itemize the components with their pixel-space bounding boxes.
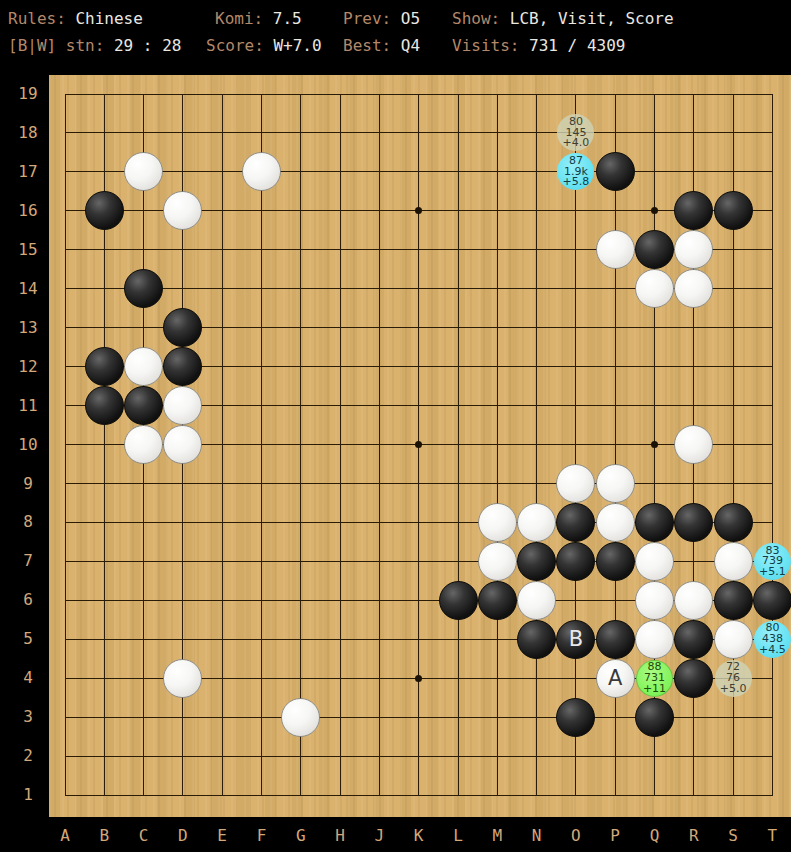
black-stone: B (556, 620, 595, 659)
stone-count-value: 29 : 28 (114, 36, 181, 55)
stone-count-label: [B|W] stn: (8, 36, 104, 55)
grid-line-vertical (340, 94, 341, 796)
white-stone (714, 620, 753, 659)
black-stone (556, 698, 595, 737)
grid-line-vertical (536, 94, 537, 796)
candidate-stat: +4.0 (563, 138, 590, 149)
coordinate-letter-C: C (131, 826, 157, 846)
star-point (415, 441, 422, 448)
grid-line-horizontal (65, 483, 773, 484)
white-stone (281, 698, 320, 737)
coordinate-number-9: 9 (8, 474, 48, 494)
coordinate-number-3: 3 (8, 707, 48, 727)
coordinate-letter-K: K (406, 826, 432, 846)
coordinate-number-16: 16 (8, 201, 48, 221)
white-stone (163, 386, 202, 425)
visits-label: Visits: (452, 36, 519, 55)
candidate-stat: +5.8 (563, 177, 590, 188)
rules-value: Chinese (75, 9, 142, 28)
white-stone (163, 425, 202, 464)
show-value: LCB, Visit, Score (510, 9, 674, 28)
coordinate-number-8: 8 (8, 512, 48, 532)
coordinate-number-15: 15 (8, 240, 48, 260)
white-stone (674, 230, 713, 269)
coordinate-number-4: 4 (8, 668, 48, 688)
stone-count-field: [B|W] stn: 29 : 28 (8, 37, 181, 55)
analysis-candidate-T5[interactable]: 80438+4.5 (754, 621, 791, 658)
coordinate-number-12: 12 (8, 357, 48, 377)
black-stone (124, 269, 163, 308)
coordinate-letter-B: B (91, 826, 117, 846)
rules-label: Rules: (8, 9, 66, 28)
coordinate-number-10: 10 (8, 435, 48, 455)
coordinate-number-14: 14 (8, 279, 48, 299)
star-point (651, 441, 658, 448)
coordinate-letter-P: P (602, 826, 628, 846)
coordinate-letter-R: R (681, 826, 707, 846)
white-stone (596, 230, 635, 269)
black-stone (163, 347, 202, 386)
go-analysis-window: Rules: Chinese Komi: 7.5 Prev: O5 Show: … (0, 0, 791, 852)
star-point (415, 207, 422, 214)
coordinate-letter-G: G (288, 826, 314, 846)
coordinate-letter-S: S (720, 826, 746, 846)
white-stone (556, 464, 595, 503)
black-stone (85, 191, 124, 230)
rules-field: Rules: Chinese (8, 10, 143, 28)
star-point (651, 207, 658, 214)
prev-move-field: Prev: O5 (343, 10, 420, 28)
grid-line-horizontal (65, 94, 773, 95)
best-move-value: Q4 (401, 36, 420, 55)
analysis-candidate-O17[interactable]: 871.9k+5.8 (557, 153, 594, 190)
grid-line-vertical (222, 94, 223, 796)
white-stone: A (596, 659, 635, 698)
coordinate-letter-L: L (445, 826, 471, 846)
prev-move-label: Prev: (343, 9, 391, 28)
white-stone (124, 347, 163, 386)
grid-line-horizontal (65, 795, 773, 796)
candidate-stat: +11 (643, 684, 666, 695)
move-label-A: A (608, 666, 622, 690)
white-stone (635, 269, 674, 308)
coordinate-letter-J: J (366, 826, 392, 846)
white-stone (163, 659, 202, 698)
score-label: Score: (206, 36, 264, 55)
grid-line-vertical (458, 94, 459, 796)
show-field: Show: LCB, Visit, Score (452, 10, 674, 28)
analysis-candidate-O18[interactable]: 80145+4.0 (557, 114, 594, 151)
coordinate-letter-A: A (52, 826, 78, 846)
komi-value: 7.5 (273, 9, 302, 28)
white-stone (596, 503, 635, 542)
black-stone (753, 581, 791, 620)
black-stone (124, 386, 163, 425)
coordinate-number-11: 11 (8, 396, 48, 416)
komi-field: Komi: 7.5 (215, 10, 302, 28)
coordinate-letter-Q: Q (642, 826, 668, 846)
coordinate-number-13: 13 (8, 318, 48, 338)
white-stone (124, 425, 163, 464)
show-label: Show: (452, 9, 500, 28)
black-stone (85, 386, 124, 425)
coordinate-number-5: 5 (8, 629, 48, 649)
black-stone (439, 581, 478, 620)
komi-label: Komi: (215, 9, 263, 28)
grid-line-vertical (300, 94, 301, 796)
black-stone (635, 503, 674, 542)
black-stone (556, 503, 595, 542)
coordinate-letter-T: T (759, 826, 785, 846)
white-stone (242, 152, 281, 191)
black-stone (596, 152, 635, 191)
white-stone (674, 581, 713, 620)
black-stone (714, 191, 753, 230)
black-stone (517, 620, 556, 659)
black-stone (163, 308, 202, 347)
white-stone (478, 503, 517, 542)
white-stone (163, 191, 202, 230)
black-stone (714, 503, 753, 542)
white-stone (714, 542, 753, 581)
analysis-candidate-Q4[interactable]: 88731+11 (636, 660, 673, 697)
black-stone (556, 542, 595, 581)
black-stone (635, 698, 674, 737)
white-stone (478, 542, 517, 581)
go-board[interactable]: BA80145+4.0871.9k+5.883739+5.180438+4.58… (49, 75, 791, 817)
grid-line-vertical (379, 94, 380, 796)
black-stone (596, 542, 635, 581)
coordinate-letter-N: N (524, 826, 550, 846)
coordinate-number-17: 17 (8, 162, 48, 182)
grid-line-vertical (772, 94, 773, 796)
analysis-candidate-S4[interactable]: 7276+5.0 (715, 660, 752, 697)
grid-line-horizontal (65, 132, 773, 133)
coordinate-letter-F: F (249, 826, 275, 846)
score-value: W+7.0 (273, 36, 321, 55)
black-stone (674, 620, 713, 659)
score-field: Score: W+7.0 (206, 37, 322, 55)
coordinate-number-1: 1 (8, 785, 48, 805)
white-stone (517, 503, 556, 542)
grid-line-horizontal (65, 756, 773, 757)
coordinate-number-6: 6 (8, 590, 48, 610)
white-stone (674, 425, 713, 464)
move-label-B: B (569, 627, 583, 651)
white-stone (635, 620, 674, 659)
candidate-stat: +5.1 (759, 567, 786, 578)
grid-line-vertical (497, 94, 498, 796)
prev-move-value: O5 (401, 9, 420, 28)
visits-field: Visits: 731 / 4309 (452, 37, 625, 55)
black-stone (674, 659, 713, 698)
white-stone (635, 581, 674, 620)
coordinate-number-7: 7 (8, 551, 48, 571)
star-point (415, 675, 422, 682)
black-stone (596, 620, 635, 659)
coordinate-letter-M: M (484, 826, 510, 846)
coordinate-letter-D: D (170, 826, 196, 846)
candidate-stat: +5.0 (720, 684, 747, 695)
coordinate-letter-E: E (209, 826, 235, 846)
analysis-candidate-T7[interactable]: 83739+5.1 (754, 543, 791, 580)
black-stone (714, 581, 753, 620)
grid-line-vertical (575, 94, 576, 796)
coordinate-number-2: 2 (8, 746, 48, 766)
grid-line-horizontal (65, 171, 773, 172)
white-stone (674, 269, 713, 308)
grid-line-vertical (261, 94, 262, 796)
black-stone (635, 230, 674, 269)
black-stone (517, 542, 556, 581)
coordinate-letter-H: H (327, 826, 353, 846)
white-stone (596, 464, 635, 503)
grid-line-vertical (65, 94, 66, 796)
coordinate-number-18: 18 (8, 123, 48, 143)
coordinate-number-19: 19 (8, 84, 48, 104)
best-move-label: Best: (343, 36, 391, 55)
white-stone (635, 542, 674, 581)
candidate-stat: +4.5 (759, 645, 786, 656)
black-stone (674, 191, 713, 230)
best-move-field: Best: Q4 (343, 37, 420, 55)
black-stone (674, 503, 713, 542)
black-stone (478, 581, 517, 620)
white-stone (124, 152, 163, 191)
black-stone (85, 347, 124, 386)
coordinate-letter-O: O (563, 826, 589, 846)
white-stone (517, 581, 556, 620)
visits-value: 731 / 4309 (529, 36, 625, 55)
